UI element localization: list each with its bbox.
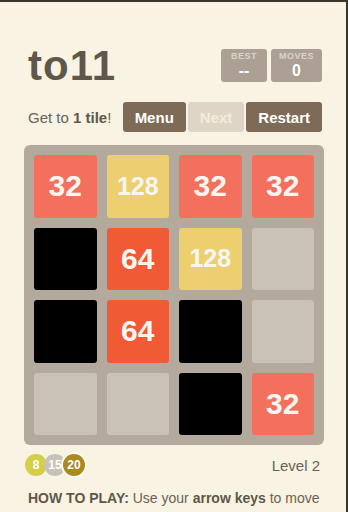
- screen-edge-top: [0, 0, 348, 2]
- cell-r4c2-empty: [107, 373, 170, 436]
- goal-text: Get to 1 tile!: [28, 109, 111, 126]
- text-segment: HOW TO PLAY:: [28, 490, 129, 506]
- next-button[interactable]: Next: [188, 102, 245, 132]
- score-panel: BEST -- MOVES 0: [221, 49, 322, 82]
- game-board[interactable]: 321283232641286432: [24, 145, 324, 445]
- best-score-value: --: [239, 62, 250, 80]
- cell-r3c2-tile-64: 64: [107, 300, 170, 363]
- restart-button[interactable]: Restart: [246, 102, 322, 132]
- cell-r2c2-tile-64: 64: [107, 228, 170, 291]
- text-segment: Get to: [28, 109, 73, 126]
- button-row: Menu Next Restart: [123, 102, 322, 132]
- level-badge-20: 20: [63, 454, 85, 476]
- cell-r4c3-black: [179, 373, 242, 436]
- text-segment: 1 tile: [73, 109, 107, 126]
- cell-r3c3-black: [179, 300, 242, 363]
- level-indicator: Level 2: [272, 457, 320, 474]
- cell-r1c2-tile-128: 128: [107, 155, 170, 218]
- cell-r2c3-tile-128: 128: [179, 228, 242, 291]
- moves-value: 0: [292, 62, 301, 80]
- cell-r4c1-empty: [34, 373, 97, 436]
- badges-row: 81520 Level 2: [25, 453, 320, 477]
- cell-r2c4-empty: [252, 228, 315, 291]
- moves-box: MOVES 0: [271, 49, 322, 82]
- best-score-label: BEST: [231, 51, 257, 61]
- menu-button[interactable]: Menu: [123, 102, 186, 132]
- cell-r4c4-tile-32: 32: [252, 373, 315, 436]
- best-score-box: BEST --: [221, 49, 267, 82]
- cell-r1c1-tile-32: 32: [34, 155, 97, 218]
- text-segment: arrow keys: [193, 490, 266, 506]
- cell-r3c1-black: [34, 300, 97, 363]
- cell-r2c1-black: [34, 228, 97, 291]
- level-badges: 81520: [25, 454, 85, 476]
- how-to-play-text: HOW TO PLAY: Use your arrow keys to move…: [28, 487, 320, 512]
- page-title: to11: [28, 44, 116, 88]
- cell-r3c4-empty: [252, 300, 315, 363]
- cell-r1c4-tile-32: 32: [252, 155, 315, 218]
- text-segment: !: [107, 109, 111, 126]
- cell-r1c3-tile-32: 32: [179, 155, 242, 218]
- header: to11 BEST -- MOVES 0 Get to 1 tile! Menu…: [0, 44, 348, 132]
- moves-label: MOVES: [279, 51, 314, 61]
- text-segment: Use your: [129, 490, 193, 506]
